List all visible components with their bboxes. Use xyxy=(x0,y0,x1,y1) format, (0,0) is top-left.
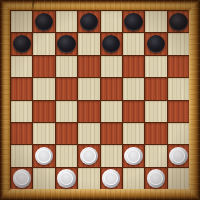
square-r7c0[interactable] xyxy=(11,168,32,189)
white-piece[interactable] xyxy=(57,169,75,187)
square-r3c2[interactable] xyxy=(56,78,77,99)
square-r2c1[interactable] xyxy=(33,56,54,77)
checkers-board xyxy=(11,11,189,189)
square-r3c5 xyxy=(123,78,144,99)
board-frame-bottom xyxy=(0,189,200,200)
black-piece[interactable] xyxy=(57,35,75,53)
square-r6c2 xyxy=(56,145,77,166)
square-r0c2 xyxy=(56,11,77,32)
square-r2c6 xyxy=(145,56,166,77)
white-piece[interactable] xyxy=(169,147,187,165)
black-piece[interactable] xyxy=(169,13,187,31)
square-r0c0 xyxy=(11,11,32,32)
square-r0c3[interactable] xyxy=(78,11,99,32)
square-r0c4 xyxy=(101,11,122,32)
square-r7c1 xyxy=(33,168,54,189)
square-r7c6[interactable] xyxy=(145,168,166,189)
square-r5c3 xyxy=(78,123,99,144)
white-piece[interactable] xyxy=(124,147,142,165)
square-r4c0 xyxy=(11,101,32,122)
board-frame-left xyxy=(0,0,11,200)
board-frame-top xyxy=(0,0,200,11)
square-r6c4 xyxy=(101,145,122,166)
square-r5c6[interactable] xyxy=(145,123,166,144)
square-r1c5 xyxy=(123,33,144,54)
square-r6c1[interactable] xyxy=(33,145,54,166)
white-piece[interactable] xyxy=(102,169,120,187)
square-r2c0 xyxy=(11,56,32,77)
square-r1c0[interactable] xyxy=(11,33,32,54)
square-r6c7[interactable] xyxy=(168,145,189,166)
square-r0c1[interactable] xyxy=(33,11,54,32)
board-frame-right xyxy=(189,0,200,200)
square-r0c5[interactable] xyxy=(123,11,144,32)
square-r5c7 xyxy=(168,123,189,144)
square-r0c6 xyxy=(145,11,166,32)
square-r3c4[interactable] xyxy=(101,78,122,99)
square-r5c1 xyxy=(33,123,54,144)
square-r2c3[interactable] xyxy=(78,56,99,77)
square-r3c6[interactable] xyxy=(145,78,166,99)
black-piece[interactable] xyxy=(13,35,31,53)
square-r4c4 xyxy=(101,101,122,122)
square-r6c0 xyxy=(11,145,32,166)
square-r4c7[interactable] xyxy=(168,101,189,122)
square-r3c3 xyxy=(78,78,99,99)
square-r1c1 xyxy=(33,33,54,54)
square-r7c7 xyxy=(168,168,189,189)
square-r3c1 xyxy=(33,78,54,99)
square-r1c3 xyxy=(78,33,99,54)
square-r4c5[interactable] xyxy=(123,101,144,122)
square-r7c5 xyxy=(123,168,144,189)
square-r2c7[interactable] xyxy=(168,56,189,77)
square-r1c7 xyxy=(168,33,189,54)
white-piece[interactable] xyxy=(80,147,98,165)
black-piece[interactable] xyxy=(35,13,53,31)
square-r6c3[interactable] xyxy=(78,145,99,166)
square-r0c7[interactable] xyxy=(168,11,189,32)
white-piece[interactable] xyxy=(35,147,53,165)
square-r5c0[interactable] xyxy=(11,123,32,144)
square-r2c5[interactable] xyxy=(123,56,144,77)
square-r2c2 xyxy=(56,56,77,77)
square-r2c4 xyxy=(101,56,122,77)
square-r3c0[interactable] xyxy=(11,78,32,99)
square-r7c4[interactable] xyxy=(101,168,122,189)
square-r4c1[interactable] xyxy=(33,101,54,122)
black-piece[interactable] xyxy=(124,13,142,31)
square-r4c2 xyxy=(56,101,77,122)
square-r4c6 xyxy=(145,101,166,122)
square-r3c7 xyxy=(168,78,189,99)
square-r5c2[interactable] xyxy=(56,123,77,144)
square-r5c5 xyxy=(123,123,144,144)
square-r4c3[interactable] xyxy=(78,101,99,122)
checkers-app xyxy=(0,0,200,200)
square-r5c4[interactable] xyxy=(101,123,122,144)
square-r1c4[interactable] xyxy=(101,33,122,54)
white-piece[interactable] xyxy=(13,169,31,187)
black-piece[interactable] xyxy=(80,13,98,31)
square-r7c3 xyxy=(78,168,99,189)
square-r6c6 xyxy=(145,145,166,166)
white-piece[interactable] xyxy=(147,169,165,187)
square-r1c6[interactable] xyxy=(145,33,166,54)
black-piece[interactable] xyxy=(102,35,120,53)
square-r7c2[interactable] xyxy=(56,168,77,189)
black-piece[interactable] xyxy=(147,35,165,53)
square-r6c5[interactable] xyxy=(123,145,144,166)
square-r1c2[interactable] xyxy=(56,33,77,54)
